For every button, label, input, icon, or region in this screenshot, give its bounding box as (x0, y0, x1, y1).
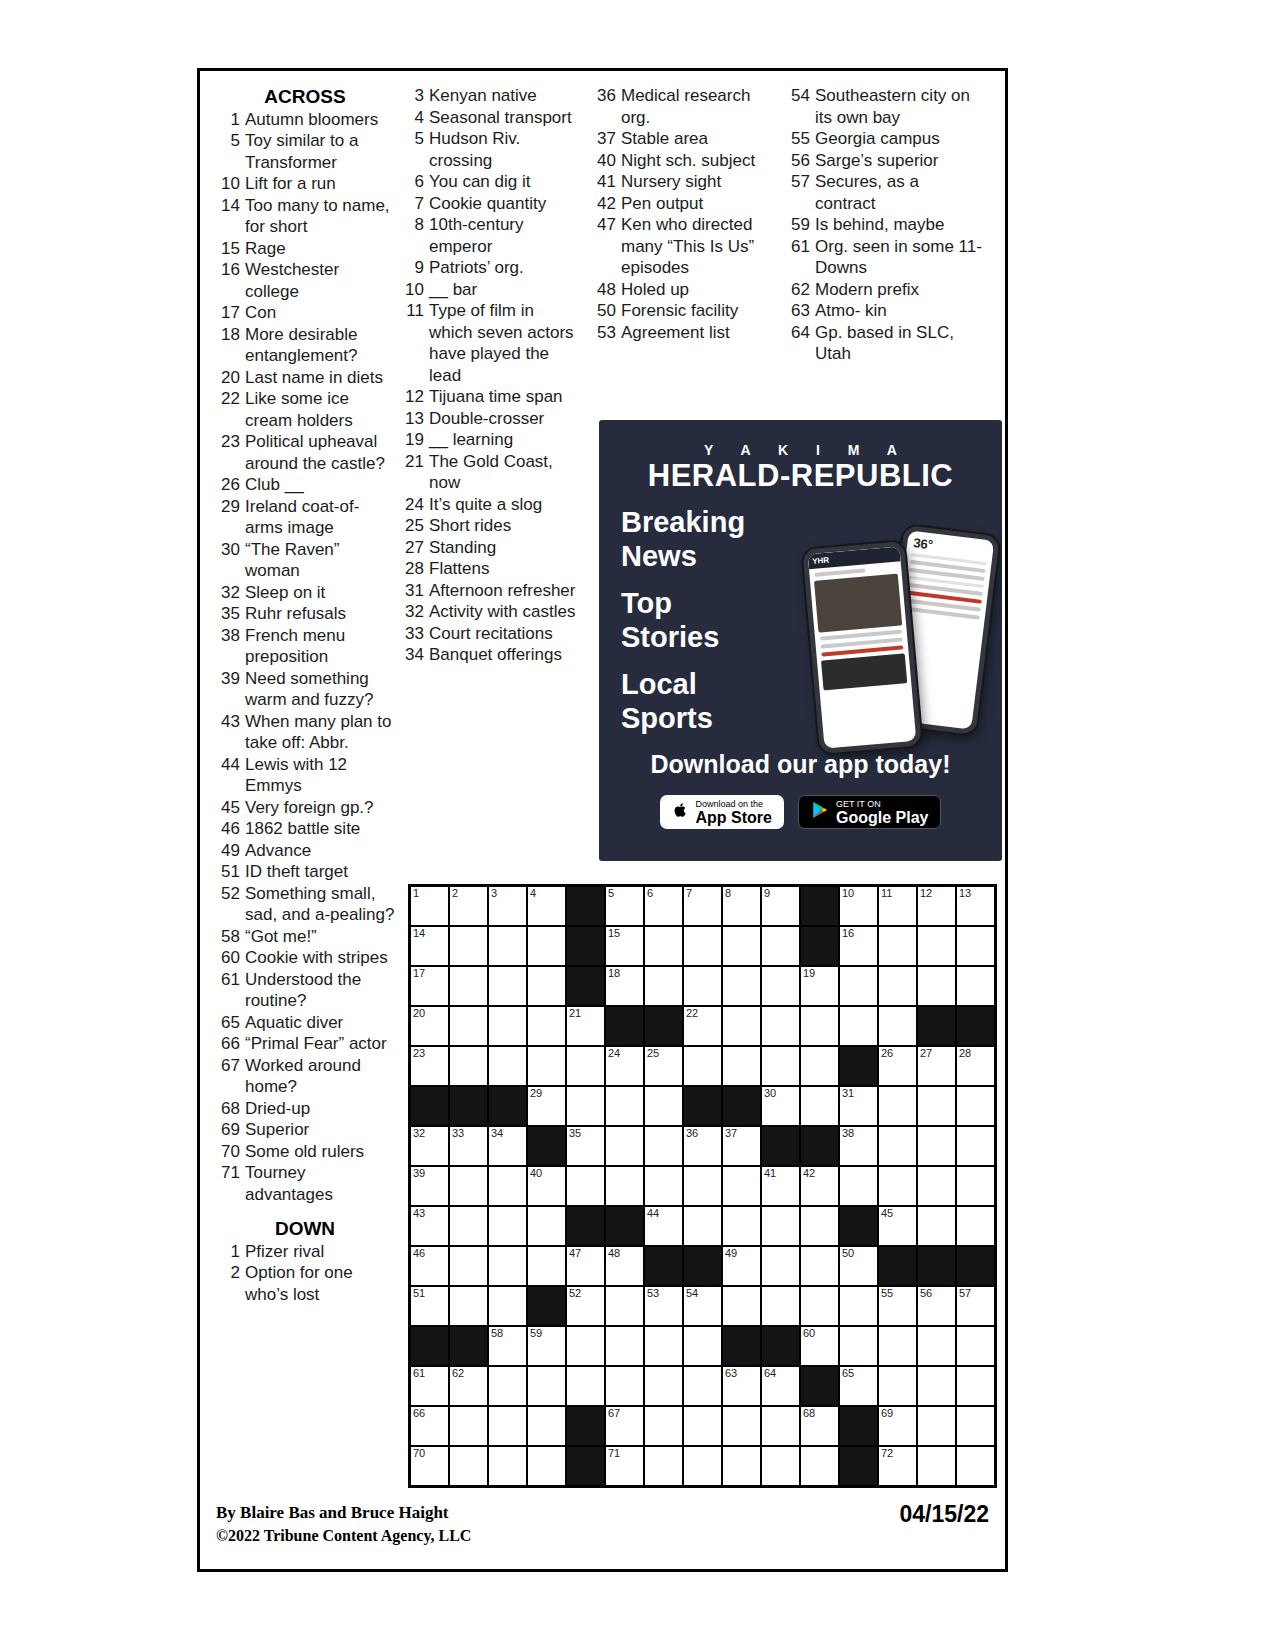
grid-cell[interactable]: 48 (606, 1247, 643, 1285)
grid-cell[interactable]: 51 (411, 1287, 448, 1325)
grid-cell[interactable]: 17 (411, 967, 448, 1005)
grid-cell[interactable] (723, 1167, 760, 1205)
clue-number: 57 (784, 171, 815, 214)
grid-cell[interactable]: 49 (723, 1247, 760, 1285)
grid-cell[interactable]: 29 (528, 1087, 565, 1125)
grid-cell[interactable] (957, 967, 994, 1005)
grid-cell[interactable]: 59 (528, 1327, 565, 1365)
grid-cell[interactable]: 60 (801, 1327, 838, 1365)
cell-number: 1 (413, 888, 419, 899)
grid-cell[interactable] (645, 1127, 682, 1165)
clue-number: 48 (590, 279, 621, 301)
grid-cell[interactable] (801, 1207, 838, 1245)
grid-cell[interactable] (801, 1047, 838, 1085)
grid-cell[interactable] (606, 1327, 643, 1365)
grid-cell[interactable]: 2 (450, 887, 487, 925)
cell-number: 46 (413, 1248, 425, 1259)
grid-cell[interactable]: 45 (879, 1207, 916, 1245)
grid-cell[interactable] (723, 1207, 760, 1245)
cell-number: 30 (764, 1088, 776, 1099)
grid-cell[interactable]: 22 (684, 1007, 721, 1045)
grid-cell[interactable]: 42 (801, 1167, 838, 1205)
grid-cell[interactable]: 68 (801, 1407, 838, 1445)
clue-item: 4Seasonal transport (398, 107, 578, 129)
clue-number: 3 (398, 85, 429, 107)
grid-cell[interactable] (606, 1087, 643, 1125)
grid-cell[interactable] (489, 1367, 526, 1405)
grid-cell[interactable] (957, 1367, 994, 1405)
cell-number: 61 (413, 1368, 425, 1379)
cell-number: 57 (959, 1288, 971, 1299)
grid-cell[interactable] (918, 967, 955, 1005)
grid-cell[interactable]: 13 (957, 887, 994, 925)
grid-cell[interactable] (489, 1047, 526, 1085)
copyright: ©2022 Tribune Content Agency, LLC (216, 1527, 471, 1545)
grid-cell[interactable] (957, 1327, 994, 1365)
clue-number: 55 (784, 128, 815, 150)
cell-number: 68 (803, 1408, 815, 1419)
clue-item: 16Westchester college (214, 259, 396, 302)
grid-cell[interactable]: 39 (411, 1167, 448, 1205)
grid-cell[interactable]: 20 (411, 1007, 448, 1045)
clue-text: Type of film in which seven actors have … (429, 300, 578, 386)
app-store-badge[interactable]: Download on the App Store (660, 795, 784, 829)
grid-cell[interactable] (684, 927, 721, 965)
grid-cell[interactable]: 38 (840, 1127, 877, 1165)
grid-cell[interactable] (528, 967, 565, 1005)
grid-cell[interactable] (567, 1367, 604, 1405)
cell-number: 56 (920, 1288, 932, 1299)
grid-cell[interactable]: 40 (528, 1167, 565, 1205)
grid-cell[interactable]: 57 (957, 1287, 994, 1325)
clue-item: 71Tourney advantages (214, 1162, 396, 1205)
grid-cell[interactable] (879, 967, 916, 1005)
ad-brand-title: HERALD-REPUBLIC (599, 458, 1002, 494)
clue-number: 26 (214, 474, 245, 496)
clue-number: 22 (214, 388, 245, 431)
grid-cell[interactable] (840, 1287, 877, 1325)
grid-cell[interactable]: 11 (879, 887, 916, 925)
grid-cell[interactable] (684, 1447, 721, 1485)
grid-cell[interactable] (723, 1287, 760, 1325)
clue-text: Night sch. subject (621, 150, 782, 172)
grid-cell[interactable] (450, 1007, 487, 1045)
clue-number: 30 (214, 539, 245, 582)
grid-cell[interactable] (489, 1407, 526, 1445)
grid-cell[interactable]: 18 (606, 967, 643, 1005)
grid-cell[interactable] (645, 1327, 682, 1365)
grid-cell[interactable]: 23 (411, 1047, 448, 1085)
grid-cell[interactable] (450, 1407, 487, 1445)
grid-cell[interactable]: 7 (684, 887, 721, 925)
clue-item: 65Aquatic diver (214, 1012, 396, 1034)
clue-item: 66“Primal Fear” actor (214, 1033, 396, 1055)
grid-cell[interactable] (840, 967, 877, 1005)
grid-cell[interactable] (723, 1007, 760, 1045)
clue-item: 10__ bar (398, 279, 578, 301)
grid-cell[interactable]: 52 (567, 1287, 604, 1325)
grid-cell[interactable] (762, 1447, 799, 1485)
grid-cell[interactable] (918, 1407, 955, 1445)
cell-number: 33 (452, 1128, 464, 1139)
grid-cell[interactable] (684, 1327, 721, 1365)
grid-cell[interactable]: 69 (879, 1407, 916, 1445)
clue-number: 69 (214, 1119, 245, 1141)
grid-cell[interactable] (762, 1207, 799, 1245)
grid-cell[interactable] (684, 1167, 721, 1205)
clue-item: 14Too many to name, for short (214, 195, 396, 238)
cell-number: 19 (803, 968, 815, 979)
grid-cell[interactable] (762, 967, 799, 1005)
grid-cell[interactable] (684, 1047, 721, 1085)
grid-cell[interactable] (723, 1447, 760, 1485)
grid-cell[interactable] (567, 1167, 604, 1205)
clue-number: 53 (590, 322, 621, 344)
grid-cell[interactable]: 41 (762, 1167, 799, 1205)
clue-number: 42 (590, 193, 621, 215)
grid-cell[interactable] (840, 1007, 877, 1045)
grid-cell[interactable] (489, 1247, 526, 1285)
clue-item: 37Stable area (590, 128, 782, 150)
cell-number: 51 (413, 1288, 425, 1299)
clue-number: 43 (214, 711, 245, 754)
clue-number: 18 (214, 324, 245, 367)
grid-cell[interactable] (450, 1447, 487, 1485)
clue-text: Some old rulers (245, 1141, 396, 1163)
down-header: DOWN (214, 1218, 396, 1240)
black-cell (801, 927, 838, 965)
clue-text: Banquet offerings (429, 644, 578, 666)
grid-cell[interactable]: 15 (606, 927, 643, 965)
grid-cell[interactable] (450, 1207, 487, 1245)
grid-cell[interactable]: 34 (489, 1127, 526, 1165)
grid-cell[interactable] (450, 1247, 487, 1285)
grid-cell[interactable] (450, 1287, 487, 1325)
grid-cell[interactable] (723, 927, 760, 965)
grid-cell[interactable] (957, 1167, 994, 1205)
grid-cell[interactable]: 19 (801, 967, 838, 1005)
clue-text: Medical research org. (621, 85, 782, 128)
grid-cell[interactable]: 43 (411, 1207, 448, 1245)
grid-cell[interactable] (918, 1167, 955, 1205)
black-cell (606, 1007, 643, 1045)
grid-cell[interactable] (489, 1287, 526, 1325)
cell-number: 52 (569, 1288, 581, 1299)
grid-cell[interactable] (645, 1087, 682, 1125)
grid-cell[interactable] (528, 1207, 565, 1245)
clue-text: Is behind, maybe (815, 214, 984, 236)
grid-cell[interactable]: 5 (606, 887, 643, 925)
grid-cell[interactable] (489, 1167, 526, 1205)
grid-cell[interactable]: 72 (879, 1447, 916, 1485)
grid-cell[interactable] (450, 967, 487, 1005)
grid-cell[interactable] (684, 1367, 721, 1405)
grid-cell[interactable] (645, 1447, 682, 1485)
grid-cell[interactable] (762, 1047, 799, 1085)
grid-cell[interactable]: 14 (411, 927, 448, 965)
clue-number: 46 (214, 818, 245, 840)
black-cell (567, 887, 604, 925)
grid-cell[interactable]: 8 (723, 887, 760, 925)
cell-number: 41 (764, 1168, 776, 1179)
grid-cell[interactable]: 66 (411, 1407, 448, 1445)
grid-cell[interactable] (801, 1247, 838, 1285)
clue-number: 12 (398, 386, 429, 408)
clue-text: Very foreign gp.? (245, 797, 396, 819)
clue-text: Kenyan native (429, 85, 578, 107)
grid-cell[interactable]: 27 (918, 1047, 955, 1085)
cell-number: 65 (842, 1368, 854, 1379)
grid-cell[interactable] (801, 1447, 838, 1485)
grid-cell[interactable] (840, 1327, 877, 1365)
clue-text: “The Raven” woman (245, 539, 396, 582)
cell-number: 14 (413, 928, 425, 939)
grid-cell[interactable] (879, 1367, 916, 1405)
grid-cell[interactable] (801, 1087, 838, 1125)
grid-cell[interactable]: 12 (918, 887, 955, 925)
black-cell (957, 1007, 994, 1045)
grid-cell[interactable] (723, 967, 760, 1005)
clue-text: Ruhr refusals (245, 603, 396, 625)
grid-cell[interactable] (957, 1407, 994, 1445)
clue-number: 23 (214, 431, 245, 474)
cell-number: 13 (959, 888, 971, 899)
cell-number: 36 (686, 1128, 698, 1139)
clue-item: 45Very foreign gp.? (214, 797, 396, 819)
grid-cell[interactable] (567, 1327, 604, 1365)
clue-item: 1Autumn bloomers (214, 109, 396, 131)
grid-cell[interactable] (801, 1007, 838, 1045)
clue-text: Agreement list (621, 322, 782, 344)
grid-cell[interactable] (645, 1407, 682, 1445)
apple-icon (672, 800, 689, 824)
clue-number: 10 (214, 173, 245, 195)
grid-cell[interactable] (645, 927, 682, 965)
grid-cell[interactable] (957, 1087, 994, 1125)
clue-item: 47Ken who directed many “This Is Us” epi… (590, 214, 782, 279)
grid-cell[interactable]: 30 (762, 1087, 799, 1125)
grid-cell[interactable]: 35 (567, 1127, 604, 1165)
grid-cell[interactable]: 25 (645, 1047, 682, 1085)
clue-item: 44Lewis with 12 Emmys (214, 754, 396, 797)
grid-cell[interactable] (450, 927, 487, 965)
grid-cell[interactable] (528, 927, 565, 965)
clue-item: 25Short rides (398, 515, 578, 537)
grid-cell[interactable] (528, 1047, 565, 1085)
grid-cell[interactable] (450, 1047, 487, 1085)
clue-text: Lift for a run (245, 173, 396, 195)
grid-cell[interactable]: 4 (528, 887, 565, 925)
clue-text: ID theft target (245, 861, 396, 883)
grid-cell[interactable] (723, 1047, 760, 1085)
grid-cell[interactable] (879, 1087, 916, 1125)
grid-cell[interactable]: 10 (840, 887, 877, 925)
clue-item: 38French menu preposition (214, 625, 396, 668)
phone-mockup-left: YHR (802, 541, 921, 754)
clue-number: 62 (784, 279, 815, 301)
grid-cell[interactable]: 67 (606, 1407, 643, 1445)
clue-number: 28 (398, 558, 429, 580)
grid-cell[interactable] (918, 1207, 955, 1245)
grid-cell[interactable]: 64 (762, 1367, 799, 1405)
grid-cell[interactable]: 46 (411, 1247, 448, 1285)
news-photo-thumbnail (814, 574, 902, 633)
grid-cell[interactable] (567, 1087, 604, 1125)
cell-number: 31 (842, 1088, 854, 1099)
grid-cell[interactable]: 32 (411, 1127, 448, 1165)
black-cell (840, 1407, 877, 1445)
grid-cell[interactable]: 33 (450, 1127, 487, 1165)
grid-cell[interactable] (879, 927, 916, 965)
clue-number: 65 (214, 1012, 245, 1034)
grid-cell[interactable] (918, 1367, 955, 1405)
grid-cell[interactable]: 61 (411, 1367, 448, 1405)
grid-cell[interactable] (879, 1007, 916, 1045)
grid-cell[interactable]: 37 (723, 1127, 760, 1165)
grid-cell[interactable] (450, 1167, 487, 1205)
grid-cell[interactable]: 70 (411, 1447, 448, 1485)
grid-cell[interactable]: 63 (723, 1367, 760, 1405)
grid-cell[interactable] (801, 1287, 838, 1325)
grid-cell[interactable] (957, 1207, 994, 1245)
clue-text: Org. seen in some 11-Downs (815, 236, 984, 279)
puzzle-frame: ACROSS1Autumn bloomers5Toy similar to a … (197, 68, 1008, 1572)
clue-item: 32Sleep on it (214, 582, 396, 604)
grid-cell[interactable]: 24 (606, 1047, 643, 1085)
clue-number: 21 (398, 451, 429, 494)
cell-number: 38 (842, 1128, 854, 1139)
grid-cell[interactable]: 1 (411, 887, 448, 925)
grid-cell[interactable] (606, 1287, 643, 1325)
grid-cell[interactable] (489, 967, 526, 1005)
grid-cell[interactable]: 44 (645, 1207, 682, 1245)
grid-cell[interactable] (528, 1407, 565, 1445)
clue-column-1: ACROSS1Autumn bloomers5Toy similar to a … (214, 85, 396, 1305)
grid-cell[interactable] (762, 1247, 799, 1285)
clue-number: 10 (398, 279, 429, 301)
cell-number: 71 (608, 1448, 620, 1459)
grid-cell[interactable] (840, 1167, 877, 1205)
grid-cell[interactable]: 58 (489, 1327, 526, 1365)
grid-cell[interactable] (606, 1367, 643, 1405)
grid-cell[interactable]: 6 (645, 887, 682, 925)
grid-cell[interactable] (762, 1287, 799, 1325)
grid-cell[interactable] (957, 1447, 994, 1485)
grid-cell[interactable] (762, 927, 799, 965)
grid-cell[interactable]: 56 (918, 1287, 955, 1325)
grid-cell[interactable]: 3 (489, 887, 526, 925)
grid-cell[interactable] (684, 1207, 721, 1245)
clue-text: Patriots’ org. (429, 257, 578, 279)
grid-cell[interactable] (918, 1327, 955, 1365)
google-play-badge[interactable]: GET IT ON Google Play (798, 795, 941, 829)
grid-cell[interactable]: 21 (567, 1007, 604, 1045)
grid-cell[interactable] (684, 1407, 721, 1445)
clue-text: 10th-century emperor (429, 214, 578, 257)
clue-text: Tijuana time span (429, 386, 578, 408)
grid-cell[interactable]: 26 (879, 1047, 916, 1085)
grid-cell[interactable] (762, 1007, 799, 1045)
grid-cell[interactable] (957, 927, 994, 965)
grid-cell[interactable] (645, 1367, 682, 1405)
grid-cell[interactable]: 53 (645, 1287, 682, 1325)
clue-item: 62Modern prefix (784, 279, 984, 301)
google-play-icon (811, 800, 829, 824)
grid-cell[interactable] (606, 1127, 643, 1165)
grid-cell[interactable] (528, 1447, 565, 1485)
grid-cell[interactable]: 47 (567, 1247, 604, 1285)
grid-cell[interactable] (684, 967, 721, 1005)
clue-item: 59Is behind, maybe (784, 214, 984, 236)
clue-number: 24 (398, 494, 429, 516)
grid-cell[interactable] (645, 967, 682, 1005)
cell-number: 60 (803, 1328, 815, 1339)
black-cell (918, 1007, 955, 1045)
clue-text: Pen output (621, 193, 782, 215)
grid-cell[interactable]: 62 (450, 1367, 487, 1405)
clue-item: 53Agreement list (590, 322, 782, 344)
clue-item: 17Con (214, 302, 396, 324)
grid-cell[interactable] (567, 1047, 604, 1085)
grid-cell[interactable] (918, 1087, 955, 1125)
grid-cell[interactable]: 54 (684, 1287, 721, 1325)
clue-item: 42Pen output (590, 193, 782, 215)
grid-cell[interactable]: 71 (606, 1447, 643, 1485)
grid-cell[interactable] (879, 1327, 916, 1365)
grid-cell[interactable] (918, 927, 955, 965)
grid-cell[interactable] (723, 1407, 760, 1445)
grid-cell[interactable]: 28 (957, 1047, 994, 1085)
grid-cell[interactable] (528, 1247, 565, 1285)
clue-text: Understood the routine? (245, 969, 396, 1012)
clue-number: 59 (784, 214, 815, 236)
grid-cell[interactable] (489, 1007, 526, 1045)
grid-cell[interactable] (606, 1167, 643, 1205)
grid-cell[interactable] (879, 1167, 916, 1205)
grid-cell[interactable] (489, 1207, 526, 1245)
clue-text: Holed up (621, 279, 782, 301)
clue-number: 47 (590, 214, 621, 279)
black-cell (645, 1007, 682, 1045)
grid-cell[interactable]: 65 (840, 1367, 877, 1405)
grid-cell[interactable]: 9 (762, 887, 799, 925)
black-cell (528, 1287, 565, 1325)
grid-cell[interactable] (645, 1167, 682, 1205)
clue-item: 30“The Raven” woman (214, 539, 396, 582)
grid-cell[interactable] (762, 1407, 799, 1445)
grid-cell[interactable] (957, 1127, 994, 1165)
grid-cell[interactable] (879, 1127, 916, 1165)
grid-cell[interactable]: 55 (879, 1287, 916, 1325)
clue-item: 50Forensic facility (590, 300, 782, 322)
clue-number: 52 (214, 883, 245, 926)
grid-cell[interactable]: 50 (840, 1247, 877, 1285)
grid-cell[interactable] (528, 1367, 565, 1405)
grid-cell[interactable] (489, 1447, 526, 1485)
clue-number: 19 (398, 429, 429, 451)
grid-cell[interactable] (489, 927, 526, 965)
grid-cell[interactable]: 31 (840, 1087, 877, 1125)
grid-cell[interactable] (918, 1127, 955, 1165)
grid-cell[interactable]: 36 (684, 1127, 721, 1165)
ad-feature-list: Breaking News Top Stories Local Sports (621, 505, 771, 748)
grid-cell[interactable] (528, 1007, 565, 1045)
grid-cell[interactable] (918, 1447, 955, 1485)
grid-cell[interactable]: 16 (840, 927, 877, 965)
clue-text: Political upheaval around the castle? (245, 431, 396, 474)
cell-number: 29 (530, 1088, 542, 1099)
cell-number: 22 (686, 1008, 698, 1019)
